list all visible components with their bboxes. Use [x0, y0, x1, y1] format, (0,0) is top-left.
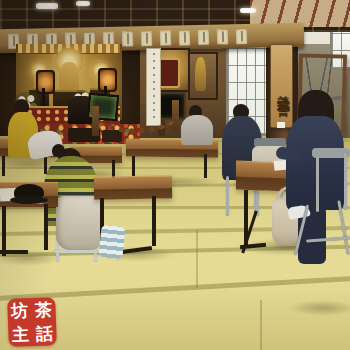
stamp-char-bottom-right: 話 [36, 325, 54, 343]
tatami-seam [260, 300, 262, 350]
plaque [217, 29, 228, 44]
plaque [122, 31, 133, 46]
stamp-char-top-left: 坊 [11, 302, 29, 320]
temple-hall-photo: 義成會 [0, 0, 350, 350]
standing-statue [195, 57, 206, 91]
plaque [160, 30, 171, 45]
chair-frame [316, 156, 319, 212]
desk-front-empty [94, 175, 172, 199]
desk-leg [204, 154, 207, 178]
standing-lantern-right [98, 68, 117, 92]
striped-bag [98, 225, 125, 259]
plaque [198, 29, 209, 44]
ceiling-light [240, 8, 256, 13]
tatami-seam [196, 230, 198, 288]
person-gray-top [181, 115, 213, 145]
standing-lantern-left [36, 70, 55, 94]
stamp-char-bottom-left: 主 [12, 326, 30, 344]
coat-draped-on-chair [56, 196, 104, 250]
stamp-char-top-right: 茶 [35, 301, 53, 319]
dark-altar-box [102, 130, 122, 142]
desk-leg [44, 204, 48, 250]
plaque [236, 28, 247, 43]
hanging-wooden-sign: 義成會 [270, 44, 293, 128]
shadow [288, 300, 350, 316]
chair-leg [226, 176, 229, 216]
ceiling-light [36, 3, 58, 9]
desk-leg [152, 196, 156, 246]
desk-foot-bar [0, 250, 28, 254]
prayer-bead-strand [100, 102, 172, 133]
plaque [141, 30, 152, 45]
chair-frame [344, 152, 347, 210]
person-navy-woman [286, 116, 344, 210]
red-stamp-watermark: 坊 茶 主 話 [7, 297, 57, 347]
miniature-shrine [158, 58, 180, 88]
sign-tag [277, 122, 285, 128]
black-hat-brim [10, 196, 48, 204]
ceiling-light [76, 1, 90, 6]
desk-leg [2, 206, 6, 256]
desk-leg [2, 156, 5, 176]
plaque [179, 30, 190, 45]
